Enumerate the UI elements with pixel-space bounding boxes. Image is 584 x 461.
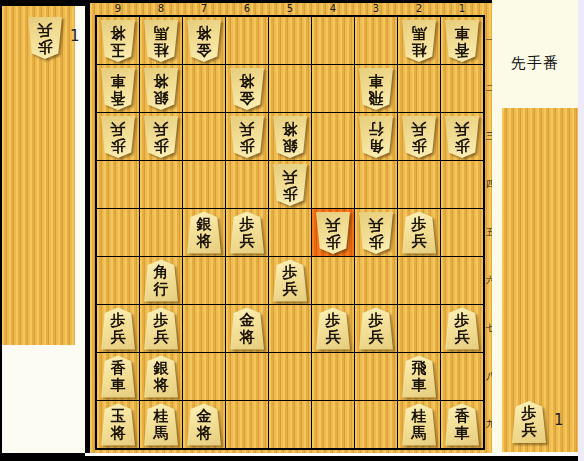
shogi-piece: 香車 [101, 356, 135, 398]
board-cell[interactable]: 歩兵 [355, 209, 397, 256]
board-cell[interactable] [226, 401, 268, 448]
board-cell[interactable]: 香車 [441, 401, 483, 448]
board-cell[interactable] [183, 113, 225, 160]
board-cell[interactable] [312, 17, 354, 64]
shogi-piece: 桂馬 [144, 404, 178, 446]
shogi-piece: 金将 [230, 308, 264, 350]
board-cell[interactable] [312, 257, 354, 304]
board-cell[interactable]: 歩兵 [441, 305, 483, 352]
hand-piece-gote-label: 歩兵 [38, 17, 53, 59]
board-cell[interactable] [312, 65, 354, 112]
board-cell[interactable] [312, 401, 354, 448]
board-cell[interactable]: 歩兵 [269, 161, 311, 208]
board-cell[interactable]: 歩兵 [312, 305, 354, 352]
file-labels: 987654321 [95, 3, 485, 14]
komadai-sente: 歩兵 1 [502, 108, 578, 452]
board-cell[interactable] [183, 65, 225, 112]
board-cell[interactable]: 歩兵 [355, 305, 397, 352]
file-label: 4 [312, 3, 354, 14]
shogi-piece: 歩兵 [359, 212, 393, 254]
board-cell[interactable]: 歩兵 [226, 209, 268, 256]
file-label: 8 [140, 3, 182, 14]
board-cell[interactable]: 飛車 [355, 65, 397, 112]
board-cell[interactable]: 歩兵 [140, 113, 182, 160]
hand-piece-sente[interactable]: 歩兵 [512, 401, 546, 443]
board-cell[interactable]: 金将 [183, 17, 225, 64]
board-cell[interactable]: 歩兵 [312, 209, 354, 256]
board-cell[interactable]: 桂馬 [398, 17, 440, 64]
shogi-piece: 飛車 [402, 356, 436, 398]
board-cell[interactable]: 歩兵 [398, 113, 440, 160]
board-cell[interactable] [441, 209, 483, 256]
board-cell[interactable]: 歩兵 [97, 113, 139, 160]
board-cell[interactable]: 香車 [97, 353, 139, 400]
shogi-piece: 歩兵 [101, 308, 135, 350]
board-cell[interactable] [269, 209, 311, 256]
shogi-piece: 歩兵 [359, 308, 393, 350]
shogi-piece: 金将 [187, 404, 221, 446]
hand-piece-sente-label: 歩兵 [522, 401, 537, 443]
board-cell[interactable]: 飛車 [398, 353, 440, 400]
board-cell[interactable] [140, 161, 182, 208]
board-cell[interactable]: 銀将 [269, 113, 311, 160]
board-cell[interactable] [226, 353, 268, 400]
board-cell[interactable]: 歩兵 [441, 113, 483, 160]
board-cell[interactable]: 歩兵 [97, 305, 139, 352]
hand-piece-gote[interactable]: 歩兵 [28, 17, 62, 59]
file-label: 3 [355, 3, 397, 14]
board-cell[interactable] [183, 353, 225, 400]
komadai-gote: 歩兵 1 [2, 6, 75, 345]
shogi-piece: 桂馬 [402, 20, 436, 62]
shogi-piece: 歩兵 [144, 116, 178, 158]
board-cell[interactable]: 玉将 [97, 401, 139, 448]
board-cell[interactable] [441, 161, 483, 208]
board-cell[interactable] [97, 161, 139, 208]
shogi-piece: 銀将 [144, 68, 178, 110]
board-cell[interactable] [140, 209, 182, 256]
board-cell[interactable] [97, 257, 139, 304]
shogi-piece: 香車 [101, 68, 135, 110]
board-cell[interactable] [355, 353, 397, 400]
hand-count-sente: 1 [554, 411, 564, 429]
shogi-piece: 玉将 [101, 20, 135, 62]
board-cell[interactable] [226, 17, 268, 64]
board-cell[interactable] [97, 209, 139, 256]
board-cell[interactable] [183, 161, 225, 208]
right-edge-strip [578, 0, 584, 461]
board-cell[interactable] [441, 353, 483, 400]
board-cell[interactable] [398, 305, 440, 352]
shogi-piece: 香車 [445, 20, 479, 62]
file-label: 9 [97, 3, 139, 14]
shogi-piece: 飛車 [359, 68, 393, 110]
board-cell[interactable]: 金将 [183, 401, 225, 448]
board-cell[interactable] [269, 305, 311, 352]
board-cell[interactable]: 銀将 [140, 65, 182, 112]
turn-indicator: 先手番 [492, 54, 578, 73]
shogi-piece: 銀将 [273, 116, 307, 158]
shogi-piece: 歩兵 [230, 116, 264, 158]
board-cell[interactable] [312, 161, 354, 208]
koma-face: 歩兵 [28, 17, 62, 59]
board-cell[interactable]: 桂馬 [140, 17, 182, 64]
shogi-piece: 桂馬 [144, 20, 178, 62]
shogi-piece: 歩兵 [445, 308, 479, 350]
shogi-piece: 銀将 [187, 212, 221, 254]
file-label: 1 [441, 3, 483, 14]
board-cell[interactable] [355, 161, 397, 208]
board-cell[interactable]: 香車 [441, 17, 483, 64]
shogi-piece: 金将 [230, 68, 264, 110]
board-cell[interactable]: 玉将 [97, 17, 139, 64]
board-cell[interactable] [226, 161, 268, 208]
gote-hand-panel: 歩兵 1 [2, 6, 85, 453]
file-label: 5 [269, 3, 311, 14]
shogi-piece: 歩兵 [230, 212, 264, 254]
koma-face: 歩兵 [512, 401, 546, 443]
file-label: 7 [183, 3, 225, 14]
shogi-piece: 歩兵 [101, 116, 135, 158]
bottom-edge-highlight [85, 453, 584, 456]
board-grid: 玉将桂馬金将桂馬香車香車銀将金将飛車歩兵歩兵歩兵銀将角行歩兵歩兵歩兵銀将歩兵歩兵… [95, 15, 485, 450]
board-cell[interactable]: 角行 [140, 257, 182, 304]
board-cell[interactable]: 銀将 [140, 353, 182, 400]
hand-count-gote: 1 [70, 27, 80, 45]
shogi-piece: 歩兵 [144, 308, 178, 350]
shogi-piece: 歩兵 [316, 212, 350, 254]
board-cell[interactable] [355, 17, 397, 64]
file-label: 6 [226, 3, 268, 14]
board-cell[interactable] [226, 257, 268, 304]
board-cell[interactable] [269, 353, 311, 400]
board-cell[interactable] [398, 65, 440, 112]
board-cell[interactable] [183, 257, 225, 304]
board-cell[interactable]: 金将 [226, 305, 268, 352]
shogi-app-window: { "game": "shogi", "position": { "sfen":… [0, 0, 584, 461]
board-cell[interactable] [269, 401, 311, 448]
board-cell[interactable] [312, 113, 354, 160]
board-cell[interactable] [441, 257, 483, 304]
board-cell[interactable] [269, 17, 311, 64]
board-cell[interactable]: 歩兵 [140, 305, 182, 352]
board-cell[interactable]: 角行 [355, 113, 397, 160]
board-cell[interactable]: 銀将 [183, 209, 225, 256]
board-cell[interactable] [398, 161, 440, 208]
shogi-piece: 歩兵 [316, 308, 350, 350]
board-cell[interactable] [183, 305, 225, 352]
shogi-piece: 歩兵 [273, 164, 307, 206]
board-panel: 987654321 一二三四五六七八九 玉将桂馬金将桂馬香車香車銀将金将飛車歩兵… [90, 3, 492, 453]
board-cell[interactable]: 歩兵 [269, 257, 311, 304]
shogi-piece: 歩兵 [402, 116, 436, 158]
board-cell[interactable] [398, 257, 440, 304]
sente-hand-panel: 先手番 歩兵 1 [492, 0, 578, 453]
board-cell[interactable] [312, 353, 354, 400]
board-cell[interactable]: 桂馬 [398, 401, 440, 448]
board-cell[interactable]: 歩兵 [226, 113, 268, 160]
shogi-piece: 角行 [144, 260, 178, 302]
board-cell[interactable] [269, 65, 311, 112]
shogi-piece: 歩兵 [402, 212, 436, 254]
board-cell[interactable]: 桂馬 [140, 401, 182, 448]
shogi-piece: 歩兵 [445, 116, 479, 158]
board-cell[interactable]: 歩兵 [398, 209, 440, 256]
shogi-piece: 銀将 [144, 356, 178, 398]
file-label: 2 [398, 3, 440, 14]
board-cell[interactable] [355, 401, 397, 448]
board-cell[interactable] [355, 257, 397, 304]
shogi-piece: 歩兵 [273, 260, 307, 302]
board-cell[interactable]: 金将 [226, 65, 268, 112]
shogi-piece: 香車 [445, 404, 479, 446]
shogi-piece: 桂馬 [402, 404, 436, 446]
shogi-piece: 角行 [359, 116, 393, 158]
shogi-piece: 金将 [187, 20, 221, 62]
board-cell[interactable]: 香車 [97, 65, 139, 112]
shogi-piece: 玉将 [101, 404, 135, 446]
board-cell[interactable] [441, 65, 483, 112]
